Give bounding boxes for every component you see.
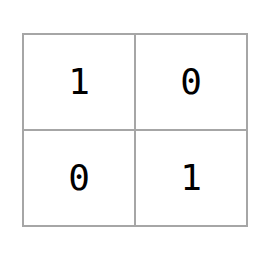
board-grid: 1 0 0 1: [22, 33, 248, 227]
cell-r1c1: 1: [136, 131, 246, 225]
cell-r0c0: 1: [24, 35, 134, 129]
cell-r0c1: 0: [136, 35, 246, 129]
cell-r1c0: 0: [24, 131, 134, 225]
